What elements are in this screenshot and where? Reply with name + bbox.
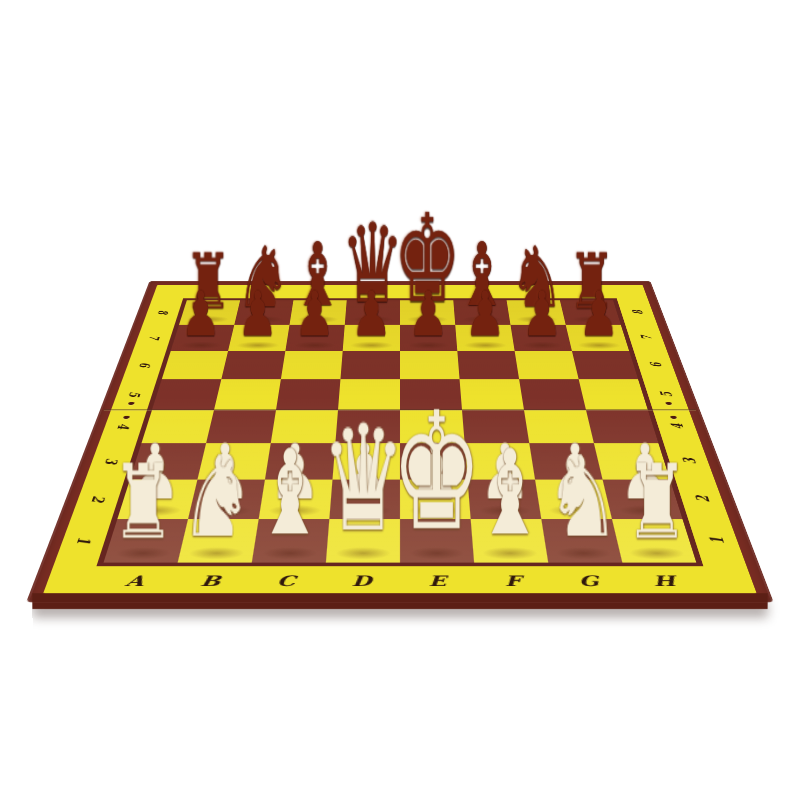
rank-label-6: 6: [112, 357, 176, 374]
rank-label-7: 7: [616, 330, 678, 346]
square-f6: [457, 351, 519, 379]
square-b8: [234, 300, 293, 324]
square-c7: [285, 325, 344, 351]
piece-white-knight-b1: ♞: [179, 441, 253, 553]
square-g6: [515, 351, 579, 379]
square-e7: [400, 325, 457, 351]
square-f7: [455, 325, 514, 351]
square-c8: [290, 300, 347, 324]
square-d8: [345, 300, 400, 324]
square-b6: [221, 351, 285, 379]
square-g8: [507, 300, 566, 324]
rank-label-6: 6: [624, 357, 688, 374]
square-c6: [281, 351, 343, 379]
chessboard-scene: ABCDEFGH 87654321 87654321 ♜♞♝♛♚♝♞♜♟♟♟♟♟…: [100, 110, 700, 710]
rank-label-8: 8: [133, 305, 192, 320]
square-d6: [340, 351, 400, 379]
square-e6: [400, 351, 460, 379]
piece-white-bishop-c1: ♝: [255, 436, 325, 553]
square-d7: [343, 325, 400, 351]
photo-background: ABCDEFGH 87654321 87654321 ♜♞♝♛♚♝♞♜♟♟♟♟♟…: [0, 0, 800, 800]
square-b5: [214, 379, 281, 410]
piece-white-rook-a1: ♜: [111, 450, 175, 553]
rank-label-5: 5: [633, 385, 700, 403]
piece-white-rook-h1: ♜: [625, 450, 689, 553]
rank-label-8: 8: [608, 305, 667, 320]
piece-white-king-e1: ♚: [391, 390, 482, 553]
piece-white-bishop-f1: ♝: [475, 436, 545, 553]
square-g7: [510, 325, 571, 351]
square-g5: [519, 379, 586, 410]
rank-label-5: 5: [100, 385, 167, 403]
piece-white-knight-g1: ♞: [546, 441, 620, 553]
rank-label-7: 7: [122, 330, 184, 346]
square-b7: [228, 325, 289, 351]
square-f8: [453, 300, 510, 324]
square-e8: [400, 300, 455, 324]
chessboard: ABCDEFGH 87654321 87654321 ♜♞♝♛♚♝♞♜♟♟♟♟♟…: [26, 281, 774, 603]
